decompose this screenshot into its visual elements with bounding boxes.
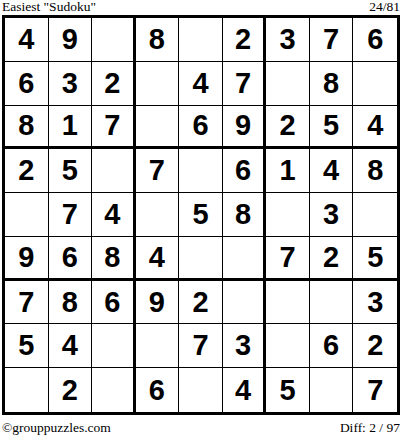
- sudoku-cell-r2c2[interactable]: 3: [49, 62, 93, 106]
- sudoku-cell-r8c9[interactable]: 2: [353, 324, 397, 368]
- sudoku-cell-r4c3[interactable]: [92, 149, 136, 193]
- sudoku-cell-r9c5[interactable]: [179, 368, 223, 412]
- sudoku-cell-r8c2[interactable]: 4: [49, 324, 93, 368]
- sudoku-cell-r7c6[interactable]: [223, 281, 267, 325]
- sudoku-board: 4982376632478817692542576148745839684725…: [5, 18, 397, 412]
- sudoku-cell-r6c1[interactable]: 9: [5, 237, 49, 281]
- sudoku-cell-r7c7[interactable]: [266, 281, 310, 325]
- sudoku-cell-r3c6[interactable]: 9: [223, 106, 267, 150]
- sudoku-cell-r7c4[interactable]: 9: [136, 281, 180, 325]
- sudoku-cell-r1c6[interactable]: 2: [223, 18, 267, 62]
- copyright-text: ©grouppuzzles.com: [2, 420, 111, 435]
- sudoku-cell-r2c5[interactable]: 4: [179, 62, 223, 106]
- sudoku-cell-r6c9[interactable]: 5: [353, 237, 397, 281]
- sudoku-cell-r3c2[interactable]: 1: [49, 106, 93, 150]
- sudoku-cell-r6c5[interactable]: [179, 237, 223, 281]
- sudoku-cell-r9c2[interactable]: 2: [49, 368, 93, 412]
- sudoku-cell-r2c4[interactable]: [136, 62, 180, 106]
- sudoku-cell-r9c3[interactable]: [92, 368, 136, 412]
- footer: ©grouppuzzles.com Diff: 2 / 97: [0, 420, 402, 435]
- sudoku-cell-r9c6[interactable]: 4: [223, 368, 267, 412]
- sudoku-cell-r3c9[interactable]: 4: [353, 106, 397, 150]
- sudoku-cell-r2c1[interactable]: 6: [5, 62, 49, 106]
- sudoku-cell-r1c9[interactable]: 6: [353, 18, 397, 62]
- sudoku-cell-r5c5[interactable]: 5: [179, 193, 223, 237]
- sudoku-cell-r5c2[interactable]: 7: [49, 193, 93, 237]
- puzzle-title: Easiest "Sudoku": [2, 0, 96, 14]
- sudoku-cell-r7c1[interactable]: 7: [5, 281, 49, 325]
- sudoku-cell-r5c4[interactable]: [136, 193, 180, 237]
- blank-counter: 24/81: [369, 0, 400, 14]
- sudoku-cell-r3c3[interactable]: 7: [92, 106, 136, 150]
- sudoku-cell-r9c8[interactable]: [310, 368, 354, 412]
- sudoku-cell-r5c1[interactable]: [5, 193, 49, 237]
- sudoku-cell-r8c8[interactable]: 6: [310, 324, 354, 368]
- sudoku-cell-r3c8[interactable]: 5: [310, 106, 354, 150]
- sudoku-cell-r6c3[interactable]: 8: [92, 237, 136, 281]
- sudoku-cell-r7c2[interactable]: 8: [49, 281, 93, 325]
- sudoku-cell-r4c2[interactable]: 5: [49, 149, 93, 193]
- sudoku-cell-r4c1[interactable]: 2: [5, 149, 49, 193]
- sudoku-cell-r8c7[interactable]: [266, 324, 310, 368]
- sudoku-cell-r2c8[interactable]: 8: [310, 62, 354, 106]
- sudoku-cell-r3c1[interactable]: 8: [5, 106, 49, 150]
- sudoku-cell-r1c5[interactable]: [179, 18, 223, 62]
- sudoku-cell-r1c8[interactable]: 7: [310, 18, 354, 62]
- sudoku-cell-r3c4[interactable]: [136, 106, 180, 150]
- sudoku-cell-r1c4[interactable]: 8: [136, 18, 180, 62]
- sudoku-cell-r4c4[interactable]: 7: [136, 149, 180, 193]
- sudoku-cell-r7c5[interactable]: 2: [179, 281, 223, 325]
- sudoku-cell-r9c1[interactable]: [5, 368, 49, 412]
- sudoku-cell-r6c4[interactable]: 4: [136, 237, 180, 281]
- sudoku-cell-r5c9[interactable]: [353, 193, 397, 237]
- sudoku-cell-r8c1[interactable]: 5: [5, 324, 49, 368]
- sudoku-cell-r2c6[interactable]: 7: [223, 62, 267, 106]
- sudoku-cell-r6c7[interactable]: 7: [266, 237, 310, 281]
- sudoku-board-frame: 4982376632478817692542576148745839684725…: [2, 15, 400, 415]
- sudoku-cell-r9c7[interactable]: 5: [266, 368, 310, 412]
- sudoku-cell-r5c3[interactable]: 4: [92, 193, 136, 237]
- sudoku-cell-r7c3[interactable]: 6: [92, 281, 136, 325]
- sudoku-cell-r3c7[interactable]: 2: [266, 106, 310, 150]
- sudoku-cell-r1c3[interactable]: [92, 18, 136, 62]
- sudoku-cell-r4c5[interactable]: [179, 149, 223, 193]
- sudoku-cell-r8c3[interactable]: [92, 324, 136, 368]
- sudoku-cell-r9c9[interactable]: 7: [353, 368, 397, 412]
- sudoku-cell-r6c2[interactable]: 6: [49, 237, 93, 281]
- sudoku-cell-r2c3[interactable]: 2: [92, 62, 136, 106]
- sudoku-cell-r7c8[interactable]: [310, 281, 354, 325]
- sudoku-cell-r8c6[interactable]: 3: [223, 324, 267, 368]
- header: Easiest "Sudoku" 24/81: [0, 0, 402, 15]
- sudoku-cell-r4c7[interactable]: 1: [266, 149, 310, 193]
- sudoku-cell-r5c7[interactable]: [266, 193, 310, 237]
- sudoku-cell-r7c9[interactable]: 3: [353, 281, 397, 325]
- difficulty-text: Diff: 2 / 97: [340, 420, 400, 435]
- sudoku-cell-r2c7[interactable]: [266, 62, 310, 106]
- sudoku-cell-r4c9[interactable]: 8: [353, 149, 397, 193]
- sudoku-cell-r3c5[interactable]: 6: [179, 106, 223, 150]
- sudoku-cell-r5c6[interactable]: 8: [223, 193, 267, 237]
- sudoku-cell-r4c8[interactable]: 4: [310, 149, 354, 193]
- sudoku-cell-r8c4[interactable]: [136, 324, 180, 368]
- sudoku-cell-r2c9[interactable]: [353, 62, 397, 106]
- sudoku-cell-r1c2[interactable]: 9: [49, 18, 93, 62]
- sudoku-cell-r6c6[interactable]: [223, 237, 267, 281]
- sudoku-cell-r1c1[interactable]: 4: [5, 18, 49, 62]
- sudoku-cell-r5c8[interactable]: 3: [310, 193, 354, 237]
- sudoku-cell-r9c4[interactable]: 6: [136, 368, 180, 412]
- sudoku-cell-r1c7[interactable]: 3: [266, 18, 310, 62]
- sudoku-cell-r4c6[interactable]: 6: [223, 149, 267, 193]
- sudoku-cell-r8c5[interactable]: 7: [179, 324, 223, 368]
- sudoku-cell-r6c8[interactable]: 2: [310, 237, 354, 281]
